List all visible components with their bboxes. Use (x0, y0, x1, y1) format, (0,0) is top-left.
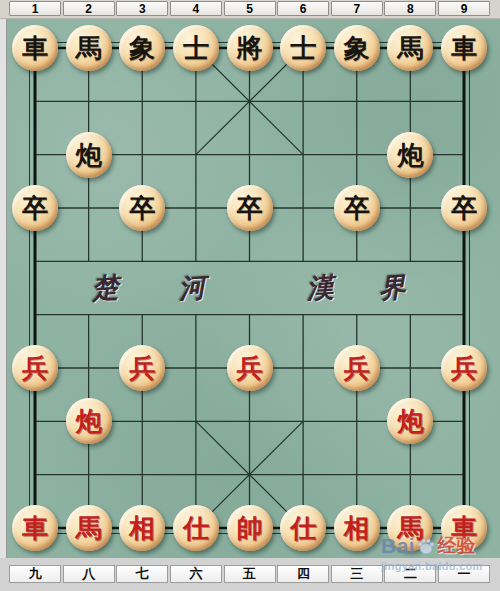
piece-red-soldier[interactable]: 兵 (334, 345, 380, 391)
file-label-top-4: 4 (170, 1, 222, 16)
left-margin-strip (0, 18, 7, 558)
piece-black-soldier[interactable]: 卒 (334, 185, 380, 231)
piece-red-horse[interactable]: 馬 (387, 505, 433, 551)
xiangqi-app: 楚河漢界 車馬象士將士象馬車炮炮卒卒卒卒卒兵兵兵兵兵炮炮車馬相仕帥仕相馬車 12… (0, 0, 500, 591)
piece-glyph: 兵 (129, 355, 155, 381)
piece-black-chariot[interactable]: 車 (441, 25, 487, 71)
file-label-bottom-1: 九 (9, 565, 61, 583)
river-char: 河 (177, 269, 206, 307)
piece-red-elephant[interactable]: 相 (119, 505, 165, 551)
piece-glyph: 車 (22, 35, 48, 61)
piece-red-soldier[interactable]: 兵 (227, 345, 273, 391)
file-label-bottom-9: 一 (438, 565, 490, 583)
river-char: 漢 (305, 269, 334, 307)
piece-glyph: 炮 (397, 142, 423, 168)
piece-red-cannon[interactable]: 炮 (66, 398, 112, 444)
piece-glyph: 車 (451, 515, 477, 541)
piece-red-advisor[interactable]: 仕 (173, 505, 219, 551)
piece-glyph: 車 (22, 515, 48, 541)
river-char: 界 (377, 269, 406, 307)
piece-glyph: 士 (290, 35, 316, 61)
piece-glyph: 炮 (76, 408, 102, 434)
file-label-top-6: 6 (277, 1, 329, 16)
piece-red-elephant[interactable]: 相 (334, 505, 380, 551)
piece-glyph: 炮 (397, 408, 423, 434)
piece-red-soldier[interactable]: 兵 (119, 345, 165, 391)
piece-black-advisor[interactable]: 士 (173, 25, 219, 71)
piece-glyph: 象 (344, 35, 370, 61)
piece-black-soldier[interactable]: 卒 (12, 185, 58, 231)
piece-glyph: 相 (344, 515, 370, 541)
file-label-bottom-4: 六 (170, 565, 222, 583)
piece-glyph: 炮 (76, 142, 102, 168)
piece-glyph: 兵 (451, 355, 477, 381)
piece-glyph: 卒 (237, 195, 263, 221)
file-label-top-9: 9 (438, 1, 490, 16)
piece-black-soldier[interactable]: 卒 (441, 185, 487, 231)
piece-glyph: 帥 (237, 515, 263, 541)
piece-glyph: 象 (129, 35, 155, 61)
piece-black-general[interactable]: 將 (227, 25, 273, 71)
file-label-bottom-8: 二 (384, 565, 436, 583)
piece-red-cannon[interactable]: 炮 (387, 398, 433, 444)
file-label-top-3: 3 (116, 1, 168, 16)
piece-red-advisor[interactable]: 仕 (280, 505, 326, 551)
piece-black-elephant[interactable]: 象 (334, 25, 380, 71)
piece-red-horse[interactable]: 馬 (66, 505, 112, 551)
piece-black-soldier[interactable]: 卒 (119, 185, 165, 231)
piece-red-general[interactable]: 帥 (227, 505, 273, 551)
file-label-top-2: 2 (63, 1, 115, 16)
piece-black-soldier[interactable]: 卒 (227, 185, 273, 231)
piece-black-cannon[interactable]: 炮 (66, 132, 112, 178)
piece-glyph: 兵 (344, 355, 370, 381)
piece-black-horse[interactable]: 馬 (66, 25, 112, 71)
piece-glyph: 馬 (397, 35, 423, 61)
piece-glyph: 卒 (22, 195, 48, 221)
river-char: 楚 (90, 269, 119, 307)
piece-glyph: 車 (451, 35, 477, 61)
piece-glyph: 卒 (451, 195, 477, 221)
file-label-top-8: 8 (384, 1, 436, 16)
piece-black-horse[interactable]: 馬 (387, 25, 433, 71)
piece-glyph: 卒 (129, 195, 155, 221)
file-labels-bottom-bar: 九八七六五四三二一 (0, 558, 500, 591)
piece-glyph: 卒 (344, 195, 370, 221)
file-labels-top-bar: 123456789 (0, 0, 500, 19)
piece-glyph: 相 (129, 515, 155, 541)
file-label-bottom-3: 七 (116, 565, 168, 583)
board-grid-lines (0, 0, 500, 591)
piece-red-chariot[interactable]: 車 (441, 505, 487, 551)
file-label-bottom-6: 四 (277, 565, 329, 583)
piece-glyph: 馬 (397, 515, 423, 541)
file-label-bottom-2: 八 (63, 565, 115, 583)
file-label-bottom-5: 五 (224, 565, 276, 583)
piece-black-advisor[interactable]: 士 (280, 25, 326, 71)
piece-glyph: 仕 (290, 515, 316, 541)
file-label-top-1: 1 (9, 1, 61, 16)
piece-glyph: 兵 (237, 355, 263, 381)
piece-glyph: 兵 (22, 355, 48, 381)
piece-glyph: 仕 (183, 515, 209, 541)
piece-glyph: 士 (183, 35, 209, 61)
piece-red-soldier[interactable]: 兵 (12, 345, 58, 391)
file-label-bottom-7: 三 (331, 565, 383, 583)
file-label-top-7: 7 (331, 1, 383, 16)
piece-glyph: 將 (237, 35, 263, 61)
piece-black-chariot[interactable]: 車 (12, 25, 58, 71)
piece-red-soldier[interactable]: 兵 (441, 345, 487, 391)
piece-black-elephant[interactable]: 象 (119, 25, 165, 71)
piece-black-cannon[interactable]: 炮 (387, 132, 433, 178)
file-label-top-5: 5 (224, 1, 276, 16)
piece-red-chariot[interactable]: 車 (12, 505, 58, 551)
piece-glyph: 馬 (76, 35, 102, 61)
piece-glyph: 馬 (76, 515, 102, 541)
